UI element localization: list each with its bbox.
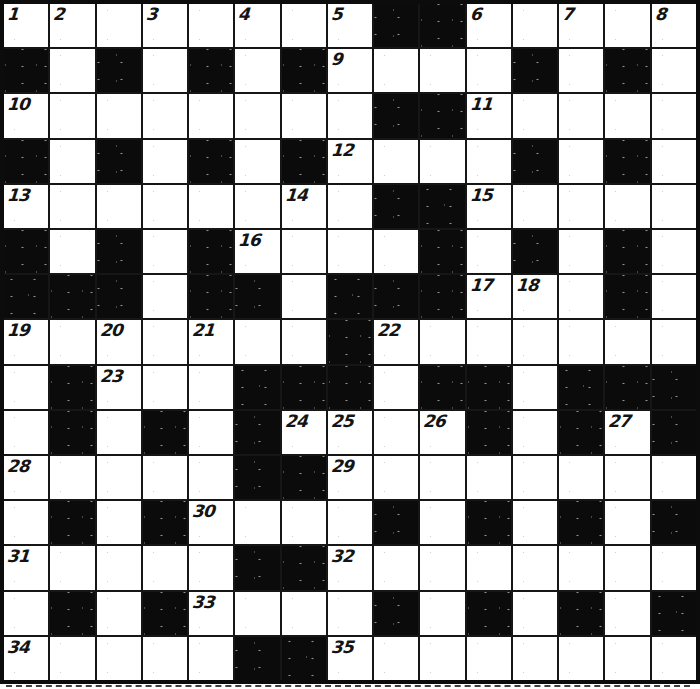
block-r4c5 xyxy=(189,140,233,183)
block-r6c10 xyxy=(420,230,464,273)
cell-r15c15[interactable] xyxy=(652,637,696,680)
cell-r2c4[interactable] xyxy=(143,49,187,92)
clue-number-26: 26 xyxy=(423,412,446,431)
cell-r9c12[interactable] xyxy=(513,366,557,409)
block-r5c10 xyxy=(420,185,464,228)
cell-r11c3[interactable] xyxy=(97,456,141,499)
clue-number-32: 32 xyxy=(330,547,353,566)
cell-r4c11[interactable] xyxy=(467,140,511,183)
cell-r12c14[interactable] xyxy=(605,501,649,544)
cell-r8c2[interactable] xyxy=(50,320,94,363)
cell-r5c15[interactable] xyxy=(652,185,696,228)
block-r9c7 xyxy=(282,366,326,409)
cell-r13c2[interactable] xyxy=(50,546,94,589)
block-r12c11 xyxy=(467,501,511,544)
cell-r7c15[interactable] xyxy=(652,275,696,318)
block-r1c10 xyxy=(420,4,464,47)
block-r13c6 xyxy=(235,546,279,589)
block-r12c13 xyxy=(559,501,603,544)
block-r10c2 xyxy=(50,411,94,454)
cell-r10c9[interactable] xyxy=(374,411,418,454)
cell-r14c7[interactable] xyxy=(282,592,326,635)
cell-r6c2[interactable] xyxy=(50,230,94,273)
cell-r4c15[interactable] xyxy=(652,140,696,183)
cell-r11c2[interactable] xyxy=(50,456,94,499)
cell-r12c7[interactable] xyxy=(282,501,326,544)
cell-r11c12[interactable] xyxy=(513,456,557,499)
cell-r4c6[interactable] xyxy=(235,140,279,183)
cell-r13c10[interactable] xyxy=(420,546,464,589)
cell-r4c10[interactable] xyxy=(420,140,464,183)
clue-number-20: 20 xyxy=(99,321,122,340)
cell-r5c8[interactable] xyxy=(328,185,372,228)
clue-number-14: 14 xyxy=(284,186,307,205)
clue-number-33: 33 xyxy=(191,593,214,612)
cell-r12c5[interactable]: 30 xyxy=(189,501,233,544)
clue-number-28: 28 xyxy=(6,457,29,476)
clue-number-1: 1 xyxy=(6,5,18,24)
cell-r3c4[interactable] xyxy=(143,94,187,137)
cell-r6c15[interactable] xyxy=(652,230,696,273)
block-r7c9 xyxy=(374,275,418,318)
cell-r11c4[interactable] xyxy=(143,456,187,499)
cell-r5c5[interactable] xyxy=(189,185,233,228)
cell-r7c4[interactable] xyxy=(143,275,187,318)
block-r10c15 xyxy=(652,411,696,454)
cell-r3c7[interactable] xyxy=(282,94,326,137)
cell-r9c5[interactable] xyxy=(189,366,233,409)
crossword-grid: 1234567891011121314151617181920212223242… xyxy=(4,4,696,680)
cell-r3c12[interactable] xyxy=(513,94,557,137)
cell-r15c13[interactable] xyxy=(559,637,603,680)
block-r6c5 xyxy=(189,230,233,273)
clue-number-3: 3 xyxy=(145,5,157,24)
cell-r14c1[interactable] xyxy=(4,592,48,635)
cell-r2c15[interactable] xyxy=(652,49,696,92)
cell-r6c13[interactable] xyxy=(559,230,603,273)
block-r12c9 xyxy=(374,501,418,544)
block-r14c11 xyxy=(467,592,511,635)
cell-r6c6[interactable]: 16 xyxy=(235,230,279,273)
block-r9c11 xyxy=(467,366,511,409)
block-r9c10 xyxy=(420,366,464,409)
block-r14c13 xyxy=(559,592,603,635)
block-r12c15 xyxy=(652,501,696,544)
clue-number-18: 18 xyxy=(515,276,538,295)
cell-r4c9[interactable] xyxy=(374,140,418,183)
cell-r15c12[interactable] xyxy=(513,637,557,680)
cell-r15c9[interactable] xyxy=(374,637,418,680)
block-r7c5 xyxy=(189,275,233,318)
block-r7c2 xyxy=(50,275,94,318)
clue-number-9: 9 xyxy=(330,50,342,69)
cell-r6c11[interactable] xyxy=(467,230,511,273)
cell-r5c1[interactable]: 13 xyxy=(4,185,48,228)
block-r7c14 xyxy=(605,275,649,318)
cell-r12c12[interactable] xyxy=(513,501,557,544)
cell-r12c8[interactable] xyxy=(328,501,372,544)
cell-r1c3[interactable] xyxy=(97,4,141,47)
block-r3c9 xyxy=(374,94,418,137)
block-r10c13 xyxy=(559,411,603,454)
block-r6c12 xyxy=(513,230,557,273)
block-r3c10 xyxy=(420,94,464,137)
cell-r11c10[interactable] xyxy=(420,456,464,499)
cell-r3c1[interactable]: 10 xyxy=(4,94,48,137)
cell-r2c8[interactable]: 9 xyxy=(328,49,372,92)
cell-r13c9[interactable] xyxy=(374,546,418,589)
block-r10c4 xyxy=(143,411,187,454)
cell-r8c12[interactable] xyxy=(513,320,557,363)
clue-number-8: 8 xyxy=(654,5,666,24)
cell-r8c7[interactable] xyxy=(282,320,326,363)
cell-r1c15[interactable]: 8 xyxy=(652,4,696,47)
cell-r10c3[interactable] xyxy=(97,411,141,454)
cell-r15c10[interactable] xyxy=(420,637,464,680)
cell-r5c14[interactable] xyxy=(605,185,649,228)
clue-number-2: 2 xyxy=(53,5,65,24)
cell-r2c11[interactable] xyxy=(467,49,511,92)
cell-r3c11[interactable]: 11 xyxy=(467,94,511,137)
cell-r11c9[interactable] xyxy=(374,456,418,499)
block-r4c1 xyxy=(4,140,48,183)
cell-r7c12[interactable]: 18 xyxy=(513,275,557,318)
cell-r10c14[interactable]: 27 xyxy=(605,411,649,454)
clue-number-35: 35 xyxy=(330,638,353,657)
block-r7c10 xyxy=(420,275,464,318)
block-r4c14 xyxy=(605,140,649,183)
block-r4c3 xyxy=(97,140,141,183)
cell-r5c6[interactable] xyxy=(235,185,279,228)
block-r14c9 xyxy=(374,592,418,635)
block-r12c4 xyxy=(143,501,187,544)
clue-number-11: 11 xyxy=(469,95,492,114)
cell-r14c6[interactable] xyxy=(235,592,279,635)
cell-r6c7[interactable] xyxy=(282,230,326,273)
cell-r8c14[interactable] xyxy=(605,320,649,363)
cell-r13c8[interactable]: 32 xyxy=(328,546,372,589)
cell-r11c5[interactable] xyxy=(189,456,233,499)
clue-number-6: 6 xyxy=(469,5,481,24)
clue-number-13: 13 xyxy=(6,186,29,205)
block-r6c1 xyxy=(4,230,48,273)
cell-r7c7[interactable] xyxy=(282,275,326,318)
block-r9c14 xyxy=(605,366,649,409)
cell-r13c11[interactable] xyxy=(467,546,511,589)
cell-r5c11[interactable]: 15 xyxy=(467,185,511,228)
cell-r5c2[interactable] xyxy=(50,185,94,228)
cell-r3c8[interactable] xyxy=(328,94,372,137)
block-r2c1 xyxy=(4,49,48,92)
block-r13c7 xyxy=(282,546,326,589)
cell-r9c1[interactable] xyxy=(4,366,48,409)
cell-r2c6[interactable] xyxy=(235,49,279,92)
cell-r6c9[interactable] xyxy=(374,230,418,273)
cell-r6c4[interactable] xyxy=(143,230,187,273)
block-r2c5 xyxy=(189,49,233,92)
cell-r9c4[interactable] xyxy=(143,366,187,409)
cell-r14c10[interactable] xyxy=(420,592,464,635)
cell-r1c7[interactable] xyxy=(282,4,326,47)
cell-r10c7[interactable]: 24 xyxy=(282,411,326,454)
cell-r1c12[interactable] xyxy=(513,4,557,47)
cell-r8c1[interactable]: 19 xyxy=(4,320,48,363)
cell-r2c2[interactable] xyxy=(50,49,94,92)
block-r2c7 xyxy=(282,49,326,92)
clue-number-19: 19 xyxy=(6,321,29,340)
cell-r14c14[interactable] xyxy=(605,592,649,635)
cell-r1c5[interactable] xyxy=(189,4,233,47)
cell-r10c1[interactable] xyxy=(4,411,48,454)
clue-number-10: 10 xyxy=(6,95,29,114)
cell-r14c3[interactable] xyxy=(97,592,141,635)
block-r10c6 xyxy=(235,411,279,454)
block-r12c2 xyxy=(50,501,94,544)
cell-r1c14[interactable] xyxy=(605,4,649,47)
cell-r11c13[interactable] xyxy=(559,456,603,499)
clue-number-5: 5 xyxy=(330,5,342,24)
cell-r12c3[interactable] xyxy=(97,501,141,544)
cell-r7c13[interactable] xyxy=(559,275,603,318)
block-r7c6 xyxy=(235,275,279,318)
cell-r15c14[interactable] xyxy=(605,637,649,680)
clue-number-24: 24 xyxy=(284,412,307,431)
cell-r10c12[interactable] xyxy=(513,411,557,454)
block-r4c12 xyxy=(513,140,557,183)
cell-r2c13[interactable] xyxy=(559,49,603,92)
cell-r3c13[interactable] xyxy=(559,94,603,137)
clue-number-23: 23 xyxy=(99,367,122,386)
crossword-page: 1234567891011121314151617181920212223242… xyxy=(0,0,700,689)
block-r7c3 xyxy=(97,275,141,318)
cell-r13c1[interactable]: 31 xyxy=(4,546,48,589)
clue-number-25: 25 xyxy=(330,412,353,431)
cell-r11c8[interactable]: 29 xyxy=(328,456,372,499)
cell-r3c3[interactable] xyxy=(97,94,141,137)
cell-r12c6[interactable] xyxy=(235,501,279,544)
block-r10c11 xyxy=(467,411,511,454)
cell-r2c10[interactable] xyxy=(420,49,464,92)
cell-r13c5[interactable] xyxy=(189,546,233,589)
cell-r1c6[interactable]: 4 xyxy=(235,4,279,47)
block-r9c13 xyxy=(559,366,603,409)
cell-r11c1[interactable]: 28 xyxy=(4,456,48,499)
clue-number-17: 17 xyxy=(469,276,492,295)
cell-r15c1[interactable]: 34 xyxy=(4,637,48,680)
clue-number-7: 7 xyxy=(562,5,574,24)
cell-r13c4[interactable] xyxy=(143,546,187,589)
cell-r1c2[interactable]: 2 xyxy=(50,4,94,47)
block-r14c15 xyxy=(652,592,696,635)
cell-r2c9[interactable] xyxy=(374,49,418,92)
cell-r5c4[interactable] xyxy=(143,185,187,228)
block-r7c1 xyxy=(4,275,48,318)
clue-number-4: 4 xyxy=(238,5,250,24)
cell-r1c1[interactable]: 1 xyxy=(4,4,48,47)
cell-r9c9[interactable] xyxy=(374,366,418,409)
cell-r10c5[interactable] xyxy=(189,411,233,454)
cell-r4c4[interactable] xyxy=(143,140,187,183)
cell-r13c3[interactable] xyxy=(97,546,141,589)
clue-number-15: 15 xyxy=(469,186,492,205)
block-r9c8 xyxy=(328,366,372,409)
scan-artifact-line xyxy=(6,685,690,689)
clue-number-16: 16 xyxy=(238,231,261,250)
block-r2c14 xyxy=(605,49,649,92)
cell-r8c6[interactable] xyxy=(235,320,279,363)
clue-number-29: 29 xyxy=(330,457,353,476)
block-r2c12 xyxy=(513,49,557,92)
block-r8c8 xyxy=(328,320,372,363)
block-r7c8 xyxy=(328,275,372,318)
cell-r9c3[interactable]: 23 xyxy=(97,366,141,409)
block-r2c3 xyxy=(97,49,141,92)
clue-number-27: 27 xyxy=(608,412,631,431)
cell-r8c10[interactable] xyxy=(420,320,464,363)
cell-r3c5[interactable] xyxy=(189,94,233,137)
cell-r3c15[interactable] xyxy=(652,94,696,137)
block-r11c6 xyxy=(235,456,279,499)
cell-r3c2[interactable] xyxy=(50,94,94,137)
cell-r12c10[interactable] xyxy=(420,501,464,544)
block-r11c7 xyxy=(282,456,326,499)
block-r6c3 xyxy=(97,230,141,273)
block-r9c6 xyxy=(235,366,279,409)
block-r5c9 xyxy=(374,185,418,228)
cell-r15c5[interactable] xyxy=(189,637,233,680)
cell-r13c12[interactable] xyxy=(513,546,557,589)
cell-r8c4[interactable] xyxy=(143,320,187,363)
cell-r11c11[interactable] xyxy=(467,456,511,499)
block-r6c14 xyxy=(605,230,649,273)
cell-r13c13[interactable] xyxy=(559,546,603,589)
block-r15c6 xyxy=(235,637,279,680)
cell-r14c8[interactable] xyxy=(328,592,372,635)
cell-r5c7[interactable]: 14 xyxy=(282,185,326,228)
cell-r13c14[interactable] xyxy=(605,546,649,589)
cell-r5c3[interactable] xyxy=(97,185,141,228)
block-r4c7 xyxy=(282,140,326,183)
clue-number-21: 21 xyxy=(191,321,214,340)
cell-r4c2[interactable] xyxy=(50,140,94,183)
clue-number-22: 22 xyxy=(376,321,399,340)
cell-r15c3[interactable] xyxy=(97,637,141,680)
cell-r10c10[interactable]: 26 xyxy=(420,411,464,454)
cell-r8c13[interactable] xyxy=(559,320,603,363)
block-r14c2 xyxy=(50,592,94,635)
cell-r5c13[interactable] xyxy=(559,185,603,228)
cell-r3c6[interactable] xyxy=(235,94,279,137)
cell-r14c12[interactable] xyxy=(513,592,557,635)
block-r1c9 xyxy=(374,4,418,47)
block-r9c15 xyxy=(652,366,696,409)
cell-r5c12[interactable] xyxy=(513,185,557,228)
cell-r10c8[interactable]: 25 xyxy=(328,411,372,454)
cell-r11c15[interactable] xyxy=(652,456,696,499)
cell-r8c5[interactable]: 21 xyxy=(189,320,233,363)
cell-r13c15[interactable] xyxy=(652,546,696,589)
cell-r11c14[interactable] xyxy=(605,456,649,499)
cell-r1c4[interactable]: 3 xyxy=(143,4,187,47)
block-r9c2 xyxy=(50,366,94,409)
cell-r1c13[interactable]: 7 xyxy=(559,4,603,47)
cell-r7c11[interactable]: 17 xyxy=(467,275,511,318)
cell-r4c8[interactable]: 12 xyxy=(328,140,372,183)
cell-r1c11[interactable]: 6 xyxy=(467,4,511,47)
crossword-board: 1234567891011121314151617181920212223242… xyxy=(0,0,700,684)
cell-r1c8[interactable]: 5 xyxy=(328,4,372,47)
cell-r8c3[interactable]: 20 xyxy=(97,320,141,363)
cell-r8c15[interactable] xyxy=(652,320,696,363)
clue-number-31: 31 xyxy=(6,547,29,566)
cell-r12c1[interactable] xyxy=(4,501,48,544)
cell-r8c11[interactable] xyxy=(467,320,511,363)
cell-r15c11[interactable] xyxy=(467,637,511,680)
cell-r15c2[interactable] xyxy=(50,637,94,680)
clue-number-34: 34 xyxy=(6,638,29,657)
clue-number-30: 30 xyxy=(191,502,214,521)
cell-r4c13[interactable] xyxy=(559,140,603,183)
cell-r15c4[interactable] xyxy=(143,637,187,680)
cell-r14c5[interactable]: 33 xyxy=(189,592,233,635)
cell-r6c8[interactable] xyxy=(328,230,372,273)
clue-number-12: 12 xyxy=(330,141,353,160)
cell-r8c9[interactable]: 22 xyxy=(374,320,418,363)
cell-r15c8[interactable]: 35 xyxy=(328,637,372,680)
block-r15c7 xyxy=(282,637,326,680)
cell-r3c14[interactable] xyxy=(605,94,649,137)
block-r14c4 xyxy=(143,592,187,635)
